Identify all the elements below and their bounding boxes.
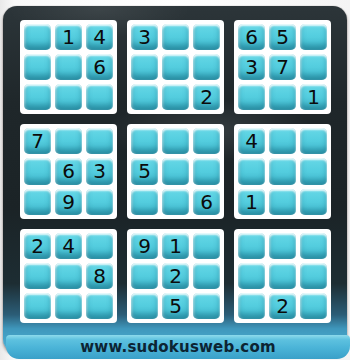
cell-r5c4[interactable]: 5 <box>131 158 158 184</box>
cell-r3c3[interactable] <box>86 84 113 110</box>
footer-band: www.sudokusweb.com <box>6 335 350 359</box>
cell-r7c7[interactable] <box>238 233 265 259</box>
sudoku-page: 14632653717639564124891252 www.sudokuswe… <box>0 0 350 360</box>
cell-r9c9[interactable] <box>300 293 327 319</box>
cell-r2c2[interactable] <box>55 54 82 80</box>
cell-r6c6[interactable]: 6 <box>193 189 220 215</box>
cell-r2c3[interactable]: 6 <box>86 54 113 80</box>
cell-r6c5[interactable] <box>162 189 189 215</box>
box-2-3: 41 <box>234 124 331 218</box>
cell-r3c7[interactable] <box>238 84 265 110</box>
cell-r8c4[interactable] <box>131 263 158 289</box>
cell-r6c3[interactable] <box>86 189 113 215</box>
box-2-2: 56 <box>127 124 224 218</box>
cell-r1c9[interactable] <box>300 24 327 50</box>
cell-r8c6[interactable] <box>193 263 220 289</box>
sudokusweb-link[interactable]: www.sudokusweb.com <box>80 338 275 356</box>
box-2-1: 7639 <box>20 124 117 218</box>
cell-r4c3[interactable] <box>86 128 113 154</box>
cell-r7c6[interactable] <box>193 233 220 259</box>
cell-r4c4[interactable] <box>131 128 158 154</box>
cell-r9c5[interactable]: 5 <box>162 293 189 319</box>
cell-r2c1[interactable] <box>24 54 51 80</box>
cell-r4c8[interactable] <box>269 128 296 154</box>
cell-r8c8[interactable] <box>269 263 296 289</box>
cell-r5c1[interactable] <box>24 158 51 184</box>
cell-r6c4[interactable] <box>131 189 158 215</box>
cell-r8c5[interactable]: 2 <box>162 263 189 289</box>
cell-r7c2[interactable]: 4 <box>55 233 82 259</box>
cell-r7c5[interactable]: 1 <box>162 233 189 259</box>
cell-r5c8[interactable] <box>269 158 296 184</box>
cell-r4c2[interactable] <box>55 128 82 154</box>
cell-r8c3[interactable]: 8 <box>86 263 113 289</box>
cell-r5c9[interactable] <box>300 158 327 184</box>
cell-r7c3[interactable] <box>86 233 113 259</box>
box-3-2: 9125 <box>127 229 224 323</box>
cell-r8c9[interactable] <box>300 263 327 289</box>
cell-r1c1[interactable] <box>24 24 51 50</box>
cell-r5c5[interactable] <box>162 158 189 184</box>
cell-r1c4[interactable]: 3 <box>131 24 158 50</box>
cell-r5c7[interactable] <box>238 158 265 184</box>
cell-r4c5[interactable] <box>162 128 189 154</box>
cell-r7c1[interactable]: 2 <box>24 233 51 259</box>
cell-r6c2[interactable]: 9 <box>55 189 82 215</box>
cell-r3c1[interactable] <box>24 84 51 110</box>
box-1-2: 32 <box>127 20 224 114</box>
cell-r7c8[interactable] <box>269 233 296 259</box>
cell-r1c6[interactable] <box>193 24 220 50</box>
cell-r1c5[interactable] <box>162 24 189 50</box>
cell-r8c1[interactable] <box>24 263 51 289</box>
cell-r4c6[interactable] <box>193 128 220 154</box>
cell-r4c9[interactable] <box>300 128 327 154</box>
cell-r3c6[interactable]: 2 <box>193 84 220 110</box>
cell-r5c6[interactable] <box>193 158 220 184</box>
cell-r6c7[interactable]: 1 <box>238 189 265 215</box>
cell-r1c2[interactable]: 1 <box>55 24 82 50</box>
cell-r9c3[interactable] <box>86 293 113 319</box>
cell-r2c4[interactable] <box>131 54 158 80</box>
cell-r1c8[interactable]: 5 <box>269 24 296 50</box>
cell-r9c6[interactable] <box>193 293 220 319</box>
cell-r5c2[interactable]: 6 <box>55 158 82 184</box>
cell-r9c2[interactable] <box>55 293 82 319</box>
cell-r2c5[interactable] <box>162 54 189 80</box>
cell-r1c3[interactable]: 4 <box>86 24 113 50</box>
cell-r4c1[interactable]: 7 <box>24 128 51 154</box>
box-3-3: 2 <box>234 229 331 323</box>
cell-r2c6[interactable] <box>193 54 220 80</box>
cell-r9c4[interactable] <box>131 293 158 319</box>
cell-r2c8[interactable]: 7 <box>269 54 296 80</box>
cell-r9c8[interactable]: 2 <box>269 293 296 319</box>
cell-r7c9[interactable] <box>300 233 327 259</box>
cell-r3c5[interactable] <box>162 84 189 110</box>
cell-r3c8[interactable] <box>269 84 296 110</box>
cell-r7c4[interactable]: 9 <box>131 233 158 259</box>
cell-r3c9[interactable]: 1 <box>300 84 327 110</box>
cell-r2c9[interactable] <box>300 54 327 80</box>
cell-r1c7[interactable]: 6 <box>238 24 265 50</box>
cell-r5c3[interactable]: 3 <box>86 158 113 184</box>
cell-r3c2[interactable] <box>55 84 82 110</box>
box-1-3: 65371 <box>234 20 331 114</box>
cell-r3c4[interactable] <box>131 84 158 110</box>
cell-r9c1[interactable] <box>24 293 51 319</box>
cell-r6c8[interactable] <box>269 189 296 215</box>
cell-r6c1[interactable] <box>24 189 51 215</box>
box-1-1: 146 <box>20 20 117 114</box>
box-3-1: 248 <box>20 229 117 323</box>
cell-r8c2[interactable] <box>55 263 82 289</box>
cell-r6c9[interactable] <box>300 189 327 215</box>
cell-r4c7[interactable]: 4 <box>238 128 265 154</box>
cell-r2c7[interactable]: 3 <box>238 54 265 80</box>
sudoku-board: 14632653717639564124891252 <box>20 20 331 323</box>
cell-r9c7[interactable] <box>238 293 265 319</box>
puzzle-card: 14632653717639564124891252 www.sudokuswe… <box>3 6 347 353</box>
cell-r8c7[interactable] <box>238 263 265 289</box>
